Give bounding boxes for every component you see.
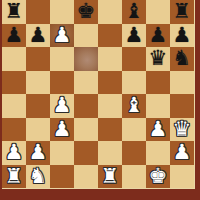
black-pawn-g7[interactable]: ♟ [146,24,170,48]
square-e1[interactable]: ♜ [98,165,122,189]
square-c4[interactable]: ♟ [50,94,74,118]
black-pawn-f7[interactable]: ♟ [122,24,146,48]
square-d5[interactable] [74,71,98,95]
square-b7[interactable]: ♟ [26,24,50,48]
black-pawn-b7[interactable]: ♟ [26,24,50,48]
square-g6[interactable]: ♛ [146,47,170,71]
black-king-d8[interactable]: ♚ [74,0,98,24]
square-a7[interactable]: ♟ [2,24,26,48]
square-d7[interactable] [74,24,98,48]
white-pawn-b2[interactable]: ♟ [26,141,50,165]
square-b3[interactable] [26,118,50,142]
square-f8[interactable]: ♝ [122,0,146,24]
chess-board[interactable]: ♜♚♝♜♟♟♟♟♟♟♛♞♟♝♟♟♛♟♟♟♜♞♜♚ [2,0,195,189]
square-d6[interactable] [74,47,98,71]
white-bishop-f4[interactable]: ♝ [122,94,146,118]
square-c1[interactable] [50,165,74,189]
square-f2[interactable] [122,141,146,165]
square-f1[interactable] [122,165,146,189]
square-g5[interactable] [146,71,170,95]
square-f5[interactable] [122,71,146,95]
white-pawn-a2[interactable]: ♟ [2,141,26,165]
square-h5[interactable] [170,71,194,95]
white-king-g1[interactable]: ♚ [146,165,170,189]
square-c6[interactable] [50,47,74,71]
square-h3[interactable]: ♛ [170,118,194,142]
white-pawn-c3[interactable]: ♟ [50,118,74,142]
black-knight-h6[interactable]: ♞ [170,47,194,71]
square-h2[interactable]: ♟ [170,141,194,165]
square-h8[interactable]: ♜ [170,0,194,24]
chess-app-window: ♜♚♝♜♟♟♟♟♟♟♛♞♟♝♟♟♛♟♟♟♜♞♜♚ [0,0,200,200]
square-h6[interactable]: ♞ [170,47,194,71]
square-a4[interactable] [2,94,26,118]
black-pawn-a7[interactable]: ♟ [2,24,26,48]
square-b5[interactable] [26,71,50,95]
black-pawn-h7[interactable]: ♟ [170,24,194,48]
square-f7[interactable]: ♟ [122,24,146,48]
square-g3[interactable]: ♟ [146,118,170,142]
square-h7[interactable]: ♟ [170,24,194,48]
square-d8[interactable]: ♚ [74,0,98,24]
white-pawn-c4[interactable]: ♟ [50,94,74,118]
square-a6[interactable] [2,47,26,71]
square-e2[interactable] [98,141,122,165]
square-a5[interactable] [2,71,26,95]
square-c7[interactable]: ♟ [50,24,74,48]
square-a8[interactable]: ♜ [2,0,26,24]
square-h4[interactable] [170,94,194,118]
square-d3[interactable] [74,118,98,142]
square-e6[interactable] [98,47,122,71]
white-pawn-h2[interactable]: ♟ [170,141,194,165]
square-g7[interactable]: ♟ [146,24,170,48]
square-g1[interactable]: ♚ [146,165,170,189]
square-b6[interactable] [26,47,50,71]
square-f6[interactable] [122,47,146,71]
square-e7[interactable] [98,24,122,48]
white-queen-h3[interactable]: ♛ [170,118,194,142]
square-g2[interactable] [146,141,170,165]
square-g4[interactable] [146,94,170,118]
square-e5[interactable] [98,71,122,95]
white-pawn-g3[interactable]: ♟ [146,118,170,142]
square-f3[interactable] [122,118,146,142]
black-rook-h8[interactable]: ♜ [170,0,194,24]
square-a2[interactable]: ♟ [2,141,26,165]
white-rook-e1[interactable]: ♜ [98,165,122,189]
square-e3[interactable] [98,118,122,142]
square-b2[interactable]: ♟ [26,141,50,165]
square-e8[interactable] [98,0,122,24]
square-a1[interactable]: ♜ [2,165,26,189]
square-f4[interactable]: ♝ [122,94,146,118]
square-d1[interactable] [74,165,98,189]
black-rook-a8[interactable]: ♜ [2,0,26,24]
square-e4[interactable] [98,94,122,118]
square-d4[interactable] [74,94,98,118]
square-h1[interactable] [170,165,194,189]
square-b1[interactable]: ♞ [26,165,50,189]
square-b8[interactable] [26,0,50,24]
square-c3[interactable]: ♟ [50,118,74,142]
square-c2[interactable] [50,141,74,165]
white-pawn-c7[interactable]: ♟ [50,24,74,48]
square-b4[interactable] [26,94,50,118]
white-knight-b1[interactable]: ♞ [26,165,50,189]
black-bishop-f8[interactable]: ♝ [122,0,146,24]
square-a3[interactable] [2,118,26,142]
square-g8[interactable] [146,0,170,24]
black-queen-g6[interactable]: ♛ [146,47,170,71]
square-c8[interactable] [50,0,74,24]
square-d2[interactable] [74,141,98,165]
square-c5[interactable] [50,71,74,95]
white-rook-a1[interactable]: ♜ [2,165,26,189]
